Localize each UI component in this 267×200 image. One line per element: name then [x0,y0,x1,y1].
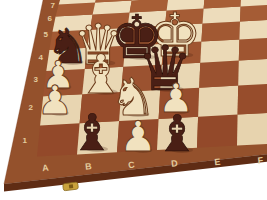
square-e5[interactable] [201,21,240,41]
file-label-f: F [257,155,264,166]
square-f2[interactable] [238,83,267,114]
chessboard-photo: ABCDEFGH12345678♚♚♞♛♟♛♝♟♟♞♝♟♝ [0,0,267,200]
square-e1[interactable] [197,115,238,148]
rank-label-7: 7 [51,1,56,10]
piece-white-pawn[interactable]: ♟ [119,112,157,161]
square-e2[interactable] [198,86,238,117]
square-f5[interactable] [239,19,267,39]
square-e6[interactable] [203,6,241,23]
piece-black-bishop[interactable]: ♝ [155,105,200,163]
file-label-c: C [128,160,136,171]
chessboard: ABCDEFGH12345678♚♚♞♛♟♛♝♟♟♞♝♟♝ [0,0,267,200]
square-f4[interactable] [239,37,267,60]
file-label-b: B [85,161,93,172]
rank-label-1: 1 [23,136,28,145]
square-f6[interactable] [240,4,267,21]
brass-latch-notch [69,184,73,188]
square-e3[interactable] [199,61,239,88]
file-label-a: A [42,163,50,174]
piece-black-bishop[interactable]: ♝ [70,104,115,162]
square-f3[interactable] [238,58,267,85]
square-f1[interactable] [237,112,267,145]
brass-latch [63,182,79,191]
piece-white-pawn[interactable]: ♟ [37,77,73,123]
rank-label-2: 2 [29,103,34,112]
file-label-e: E [214,157,222,168]
square-e4[interactable] [200,39,239,62]
